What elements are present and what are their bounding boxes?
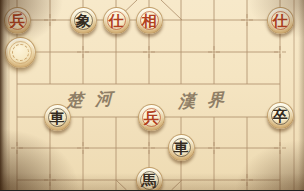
- piece-red-advisor[interactable]: 仕: [103, 7, 130, 34]
- piece-black-chariot[interactable]: 車: [168, 134, 195, 161]
- piece-red-soldier[interactable]: 兵: [4, 7, 31, 34]
- river-label-chu-he: 楚河: [66, 86, 124, 112]
- xiangqi-board[interactable]: 楚河 漢界 兵象仕相仕車兵卒車馬: [0, 0, 304, 190]
- piece-red-elephant[interactable]: 相: [136, 7, 163, 34]
- piece-black-soldier[interactable]: 卒: [267, 102, 294, 129]
- piece-red-advisor[interactable]: 仕: [267, 7, 294, 34]
- river-label-han-jie: 漢界: [178, 87, 236, 113]
- piece-black-chariot[interactable]: 車: [44, 104, 71, 131]
- piece-red-soldier[interactable]: 兵: [138, 104, 165, 131]
- piece-black-elephant[interactable]: 象: [70, 7, 97, 34]
- piece-black-horse[interactable]: 馬: [136, 167, 163, 191]
- piece-hidden-face-down-piece[interactable]: [5, 37, 36, 68]
